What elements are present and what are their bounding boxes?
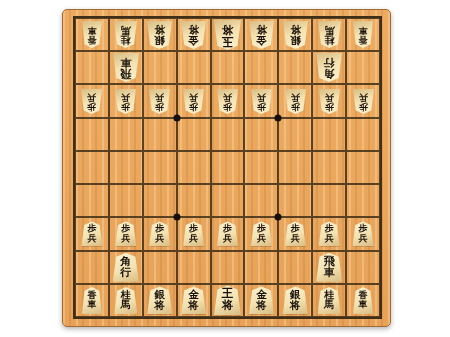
- board-cell[interactable]: [244, 118, 278, 151]
- board-cell[interactable]: [143, 184, 177, 217]
- board-cell[interactable]: [312, 151, 346, 184]
- board-cell[interactable]: [244, 184, 278, 217]
- piece-kanji: 車: [324, 267, 335, 278]
- piece-kanji: 兵: [155, 234, 164, 243]
- board-cell[interactable]: 玉将: [211, 18, 245, 51]
- board-cell[interactable]: [244, 151, 278, 184]
- board-cell[interactable]: 香車: [75, 18, 109, 51]
- piece-gote-silver[interactable]: 銀将: [147, 21, 172, 49]
- piece-gote-bishop[interactable]: 角行: [316, 53, 342, 82]
- board-cell[interactable]: 桂馬: [312, 18, 346, 51]
- shogi-board: 香車桂馬銀将金将玉将金将銀将桂馬香車飛車角行歩兵歩兵歩兵歩兵歩兵歩兵歩兵歩兵歩兵…: [62, 9, 391, 327]
- board-cell[interactable]: 歩兵: [244, 217, 278, 250]
- board-cell[interactable]: [278, 118, 312, 151]
- board-cell[interactable]: 歩兵: [75, 217, 109, 250]
- piece-sente-gold[interactable]: 金将: [249, 286, 274, 314]
- piece-sente-pawn[interactable]: 歩兵: [251, 221, 272, 246]
- board-cell[interactable]: [109, 151, 143, 184]
- board-cell[interactable]: 歩兵: [346, 84, 380, 117]
- board-cell[interactable]: 金将: [244, 18, 278, 51]
- piece-gote-pawn[interactable]: 歩兵: [115, 89, 136, 114]
- piece-kanji: 車: [87, 300, 96, 309]
- board-cell[interactable]: 歩兵: [143, 217, 177, 250]
- board-cell[interactable]: [143, 118, 177, 151]
- board-cell[interactable]: [143, 251, 177, 284]
- board-cell[interactable]: [346, 184, 380, 217]
- board-cell[interactable]: 金将: [177, 284, 211, 317]
- piece-gote-knight[interactable]: 桂馬: [114, 21, 137, 48]
- piece-kanji: 兵: [325, 234, 334, 243]
- star-point: [173, 114, 180, 121]
- piece-sente-pawn[interactable]: 歩兵: [183, 221, 204, 246]
- piece-kanji: 行: [324, 57, 335, 68]
- board-cell[interactable]: [278, 51, 312, 84]
- piece-sente-pawn[interactable]: 歩兵: [115, 221, 136, 246]
- piece-kanji: 兵: [257, 234, 266, 243]
- piece-kanji: 将: [290, 24, 301, 35]
- board-cell[interactable]: [75, 118, 109, 151]
- piece-kanji: 銀: [290, 35, 301, 46]
- piece-sente-pawn[interactable]: 歩兵: [319, 221, 340, 246]
- board-cell[interactable]: 角行: [312, 51, 346, 84]
- piece-sente-gold[interactable]: 金将: [181, 286, 206, 314]
- board-cell[interactable]: 歩兵: [244, 84, 278, 117]
- piece-kanji: 車: [87, 26, 96, 35]
- board-cell[interactable]: [177, 184, 211, 217]
- piece-kanji: 将: [154, 300, 165, 311]
- star-point: [275, 114, 282, 121]
- piece-gote-gold[interactable]: 金将: [249, 21, 274, 49]
- piece-gote-pawn[interactable]: 歩兵: [285, 89, 306, 114]
- piece-sente-silver[interactable]: 銀将: [283, 286, 308, 314]
- piece-gote-king[interactable]: 玉将: [214, 20, 241, 50]
- board-cell[interactable]: [143, 151, 177, 184]
- piece-sente-knight[interactable]: 桂馬: [114, 287, 137, 314]
- piece-kanji: 香: [87, 35, 96, 44]
- piece-kanji: 車: [359, 300, 368, 309]
- board-cell[interactable]: 角行: [109, 251, 143, 284]
- board-cell[interactable]: 歩兵: [278, 217, 312, 250]
- star-point: [275, 214, 282, 221]
- board-cell[interactable]: 歩兵: [312, 84, 346, 117]
- piece-kanji: 兵: [87, 92, 96, 101]
- piece-kanji: 馬: [324, 25, 334, 35]
- board-cell[interactable]: 飛車: [109, 51, 143, 84]
- piece-sente-bishop[interactable]: 角行: [113, 253, 139, 282]
- board-cell[interactable]: [75, 251, 109, 284]
- piece-kanji: 兵: [155, 92, 164, 101]
- piece-kanji: 兵: [121, 92, 130, 101]
- board-cell[interactable]: [346, 118, 380, 151]
- piece-sente-knight[interactable]: 桂馬: [318, 287, 341, 314]
- piece-gote-pawn[interactable]: 歩兵: [81, 89, 102, 114]
- board-cell[interactable]: [143, 51, 177, 84]
- board-cell[interactable]: [75, 184, 109, 217]
- board-cell[interactable]: [312, 118, 346, 151]
- piece-gote-lance[interactable]: 香車: [82, 21, 102, 48]
- board-cell[interactable]: 銀将: [278, 18, 312, 51]
- board-cell[interactable]: 歩兵: [143, 84, 177, 117]
- board-cell[interactable]: [244, 51, 278, 84]
- board-cell[interactable]: [346, 251, 380, 284]
- piece-sente-pawn[interactable]: 歩兵: [217, 221, 238, 246]
- board-cell[interactable]: [177, 151, 211, 184]
- board-cell[interactable]: 香車: [346, 18, 380, 51]
- piece-kanji: 行: [120, 267, 131, 278]
- piece-gote-gold[interactable]: 金将: [181, 21, 206, 49]
- piece-gote-pawn[interactable]: 歩兵: [183, 89, 204, 114]
- board-cell[interactable]: 桂馬: [109, 284, 143, 317]
- piece-kanji: 兵: [291, 234, 300, 243]
- piece-gote-pawn[interactable]: 歩兵: [149, 89, 170, 114]
- piece-kanji: 兵: [291, 92, 300, 101]
- piece-sente-king[interactable]: 王将: [214, 285, 241, 315]
- board-cell[interactable]: 銀将: [143, 18, 177, 51]
- board-cell[interactable]: 桂馬: [109, 18, 143, 51]
- piece-gote-pawn[interactable]: 歩兵: [319, 89, 340, 114]
- board-cell[interactable]: 歩兵: [346, 217, 380, 250]
- piece-kanji: 兵: [223, 234, 232, 243]
- piece-gote-rook[interactable]: 飛車: [113, 53, 139, 82]
- board-cell[interactable]: 歩兵: [177, 84, 211, 117]
- piece-kanji: 桂: [121, 35, 131, 45]
- piece-kanji: 将: [154, 24, 165, 35]
- piece-sente-lance[interactable]: 香車: [82, 287, 102, 314]
- board-cell[interactable]: [109, 184, 143, 217]
- board-cell[interactable]: 金将: [177, 18, 211, 51]
- board-cell[interactable]: [211, 51, 245, 84]
- piece-kanji: 将: [256, 300, 267, 311]
- board-cell[interactable]: [211, 251, 245, 284]
- board-cell[interactable]: [312, 184, 346, 217]
- star-point: [173, 214, 180, 221]
- board-cell[interactable]: 歩兵: [109, 217, 143, 250]
- board-cell[interactable]: 香車: [346, 284, 380, 317]
- piece-sente-rook[interactable]: 飛車: [316, 253, 342, 282]
- board-cell[interactable]: [211, 118, 245, 151]
- piece-kanji: 将: [290, 300, 301, 311]
- board-cell[interactable]: 飛車: [312, 251, 346, 284]
- piece-kanji: 兵: [359, 234, 368, 243]
- shogi-app-canvas: 香車桂馬銀将金将玉将金将銀将桂馬香車飛車角行歩兵歩兵歩兵歩兵歩兵歩兵歩兵歩兵歩兵…: [0, 0, 450, 337]
- piece-kanji: 香: [359, 35, 368, 44]
- piece-kanji: 銀: [154, 35, 165, 46]
- piece-kanji: 将: [222, 300, 234, 312]
- piece-kanji: 角: [324, 68, 335, 79]
- board-cell[interactable]: [211, 151, 245, 184]
- piece-gote-knight[interactable]: 桂馬: [318, 21, 341, 48]
- board-cell[interactable]: [75, 151, 109, 184]
- piece-gote-silver[interactable]: 銀将: [283, 21, 308, 49]
- piece-sente-pawn[interactable]: 歩兵: [353, 221, 374, 246]
- piece-kanji: 兵: [121, 234, 130, 243]
- piece-kanji: 将: [188, 24, 199, 35]
- piece-kanji: 兵: [359, 92, 368, 101]
- board-cell[interactable]: [244, 251, 278, 284]
- piece-kanji: 馬: [121, 300, 131, 310]
- board-cell[interactable]: [211, 184, 245, 217]
- piece-kanji: 車: [359, 26, 368, 35]
- board-cell[interactable]: 歩兵: [211, 84, 245, 117]
- piece-kanji: 馬: [324, 300, 334, 310]
- piece-gote-pawn[interactable]: 歩兵: [353, 89, 374, 114]
- board-cell[interactable]: [346, 151, 380, 184]
- board-cell[interactable]: [278, 184, 312, 217]
- board-cell[interactable]: [177, 51, 211, 84]
- board-cell[interactable]: 王将: [211, 284, 245, 317]
- piece-gote-pawn[interactable]: 歩兵: [251, 89, 272, 114]
- board-cell[interactable]: 歩兵: [75, 84, 109, 117]
- piece-kanji: 馬: [121, 25, 131, 35]
- piece-kanji: 兵: [325, 92, 334, 101]
- piece-sente-silver[interactable]: 銀将: [147, 286, 172, 314]
- board-cell[interactable]: [109, 118, 143, 151]
- board-cell[interactable]: 歩兵: [177, 217, 211, 250]
- board-cell[interactable]: 歩兵: [312, 217, 346, 250]
- board-cell[interactable]: 歩兵: [211, 217, 245, 250]
- piece-kanji: 兵: [223, 92, 232, 101]
- piece-sente-lance[interactable]: 香車: [353, 287, 373, 314]
- board-cell[interactable]: 銀将: [143, 284, 177, 317]
- board-cell[interactable]: 桂馬: [312, 284, 346, 317]
- board-cell[interactable]: 金将: [244, 284, 278, 317]
- piece-kanji: 桂: [324, 35, 334, 45]
- piece-sente-pawn[interactable]: 歩兵: [81, 221, 102, 246]
- board-cell[interactable]: [177, 251, 211, 284]
- piece-kanji: 兵: [189, 92, 198, 101]
- piece-kanji: 将: [188, 300, 199, 311]
- piece-kanji: 兵: [87, 234, 96, 243]
- board-cell[interactable]: [346, 51, 380, 84]
- piece-kanji: 金: [256, 35, 267, 46]
- piece-sente-pawn[interactable]: 歩兵: [285, 221, 306, 246]
- piece-kanji: 飛: [120, 68, 131, 79]
- piece-sente-pawn[interactable]: 歩兵: [149, 221, 170, 246]
- board-cell[interactable]: [75, 51, 109, 84]
- piece-kanji: 将: [256, 24, 267, 35]
- piece-gote-lance[interactable]: 香車: [353, 21, 373, 48]
- board-cell[interactable]: 歩兵: [278, 84, 312, 117]
- piece-kanji: 将: [222, 23, 234, 35]
- piece-kanji: 金: [188, 35, 199, 46]
- piece-kanji: 兵: [189, 234, 198, 243]
- board-cell[interactable]: [278, 151, 312, 184]
- board-cell[interactable]: 歩兵: [109, 84, 143, 117]
- board-cell[interactable]: 香車: [75, 284, 109, 317]
- board-cell[interactable]: [278, 251, 312, 284]
- piece-gote-pawn[interactable]: 歩兵: [217, 89, 238, 114]
- piece-kanji: 兵: [257, 92, 266, 101]
- board-cell[interactable]: 銀将: [278, 284, 312, 317]
- piece-kanji: 車: [120, 57, 131, 68]
- board-grid: 香車桂馬銀将金将玉将金将銀将桂馬香車飛車角行歩兵歩兵歩兵歩兵歩兵歩兵歩兵歩兵歩兵…: [73, 16, 382, 319]
- board-cell[interactable]: [177, 118, 211, 151]
